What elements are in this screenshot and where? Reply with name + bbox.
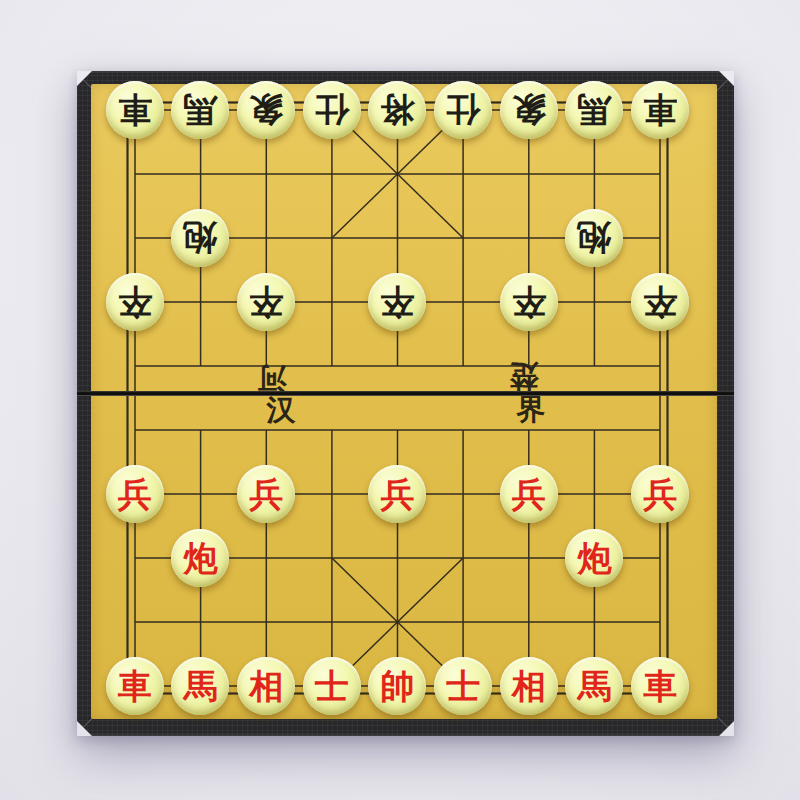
board-point[interactable] — [168, 398, 234, 462]
board-point[interactable] — [168, 590, 234, 654]
board-fold-hinge — [77, 391, 734, 396]
piece-red-cannon[interactable]: 炮 — [171, 529, 229, 587]
piece-black-soldier[interactable]: 卒 — [237, 273, 295, 331]
board-point[interactable] — [168, 142, 234, 206]
board-point[interactable]: 車 — [627, 78, 693, 142]
board-point[interactable] — [102, 142, 168, 206]
board-point[interactable]: 兵 — [496, 462, 562, 526]
board-point[interactable] — [562, 590, 628, 654]
piece-glyph: 車 — [118, 93, 152, 127]
board-point[interactable]: 馬 — [562, 654, 628, 718]
board-point[interactable]: 炮 — [168, 526, 234, 590]
board-point[interactable]: 卒 — [627, 270, 693, 334]
piece-red-soldier[interactable]: 兵 — [237, 465, 295, 523]
board-point[interactable] — [430, 142, 496, 206]
piece-red-horse[interactable]: 馬 — [171, 657, 229, 715]
piece-glyph: 卒 — [512, 285, 546, 319]
board-point[interactable]: 炮 — [562, 206, 628, 270]
board-point[interactable] — [496, 398, 562, 462]
board-point[interactable] — [102, 206, 168, 270]
board-point[interactable] — [496, 206, 562, 270]
board-point[interactable] — [430, 206, 496, 270]
board-point[interactable] — [430, 590, 496, 654]
piece-red-advisor[interactable]: 士 — [303, 657, 361, 715]
board-point[interactable]: 士 — [299, 654, 365, 718]
piece-glyph: 士 — [446, 669, 480, 703]
board-point[interactable] — [233, 398, 299, 462]
piece-glyph: 車 — [118, 669, 152, 703]
board-point[interactable] — [233, 142, 299, 206]
board-point[interactable] — [299, 270, 365, 334]
piece-red-chariot[interactable]: 車 — [631, 657, 689, 715]
board-point[interactable] — [299, 206, 365, 270]
board-point[interactable]: 象 — [496, 78, 562, 142]
board-point[interactable]: 馬 — [168, 78, 234, 142]
board-point[interactable]: 卒 — [496, 270, 562, 334]
board-point[interactable] — [168, 270, 234, 334]
board-point[interactable] — [365, 206, 431, 270]
board-point[interactable] — [430, 398, 496, 462]
board-point[interactable]: 炮 — [562, 526, 628, 590]
piece-black-soldier[interactable]: 卒 — [631, 273, 689, 331]
board-point[interactable]: 車 — [102, 654, 168, 718]
board-point[interactable] — [102, 526, 168, 590]
board-point[interactable] — [299, 398, 365, 462]
board-point[interactable]: 車 — [627, 654, 693, 718]
board-point[interactable] — [562, 334, 628, 398]
board-point[interactable] — [430, 462, 496, 526]
piece-glyph: 相 — [249, 669, 283, 703]
board-point[interactable] — [627, 398, 693, 462]
board-point[interactable] — [430, 270, 496, 334]
board-point[interactable] — [102, 398, 168, 462]
board-point[interactable] — [496, 334, 562, 398]
piece-black-horse[interactable]: 馬 — [565, 81, 623, 139]
piece-glyph: 兵 — [643, 477, 677, 511]
board-point[interactable]: 卒 — [233, 270, 299, 334]
piece-red-elephant[interactable]: 相 — [500, 657, 558, 715]
board-point[interactable] — [430, 526, 496, 590]
piece-red-soldier[interactable]: 兵 — [106, 465, 164, 523]
board-point[interactable]: 士 — [430, 654, 496, 718]
board-point[interactable]: 馬 — [168, 654, 234, 718]
piece-glyph: 炮 — [577, 541, 611, 575]
board-point[interactable] — [233, 526, 299, 590]
board-point[interactable]: 象 — [233, 78, 299, 142]
board-point[interactable] — [233, 590, 299, 654]
board-point[interactable] — [365, 142, 431, 206]
board-point[interactable] — [299, 462, 365, 526]
board-point[interactable] — [496, 590, 562, 654]
piece-glyph: 馬 — [577, 93, 611, 127]
piece-black-soldier[interactable]: 卒 — [106, 273, 164, 331]
board-point[interactable] — [299, 526, 365, 590]
piece-black-advisor[interactable]: 仕 — [434, 81, 492, 139]
piece-black-cannon[interactable]: 炮 — [171, 209, 229, 267]
board-point[interactable]: 兵 — [233, 462, 299, 526]
piece-glyph: 卒 — [249, 285, 283, 319]
board-point[interactable] — [365, 334, 431, 398]
board-point[interactable] — [299, 590, 365, 654]
piece-glyph: 象 — [512, 93, 546, 127]
piece-glyph: 帥 — [380, 669, 414, 703]
board-point[interactable] — [627, 334, 693, 398]
piece-glyph: 象 — [249, 93, 283, 127]
piece-black-chariot[interactable]: 車 — [106, 81, 164, 139]
piece-black-chariot[interactable]: 車 — [631, 81, 689, 139]
piece-glyph: 卒 — [380, 285, 414, 319]
piece-glyph: 兵 — [118, 477, 152, 511]
piece-red-cannon[interactable]: 炮 — [565, 529, 623, 587]
board-point[interactable] — [562, 270, 628, 334]
piece-red-general[interactable]: 帥 — [368, 657, 426, 715]
piece-red-soldier[interactable]: 兵 — [368, 465, 426, 523]
board-point[interactable]: 将 — [365, 78, 431, 142]
board-point[interactable] — [365, 398, 431, 462]
board-point[interactable]: 相 — [496, 654, 562, 718]
board-point[interactable] — [627, 526, 693, 590]
piece-glyph: 馬 — [183, 93, 217, 127]
piece-red-soldier[interactable]: 兵 — [631, 465, 689, 523]
board-point[interactable]: 仕 — [299, 78, 365, 142]
board-point[interactable] — [562, 398, 628, 462]
piece-glyph: 馬 — [183, 669, 217, 703]
board-point[interactable]: 兵 — [365, 462, 431, 526]
board-point[interactable] — [233, 206, 299, 270]
board-point[interactable] — [102, 334, 168, 398]
board-point[interactable]: 兵 — [102, 462, 168, 526]
board-point[interactable]: 相 — [233, 654, 299, 718]
piece-red-horse[interactable]: 馬 — [565, 657, 623, 715]
piece-glyph: 炮 — [183, 541, 217, 575]
piece-glyph: 兵 — [512, 477, 546, 511]
piece-black-advisor[interactable]: 仕 — [303, 81, 361, 139]
board-point[interactable]: 帥 — [365, 654, 431, 718]
board-point[interactable] — [168, 462, 234, 526]
piece-glyph: 仕 — [446, 93, 480, 127]
board-point[interactable] — [562, 462, 628, 526]
board-point[interactable]: 仕 — [430, 78, 496, 142]
board-point[interactable]: 車 — [102, 78, 168, 142]
board-point[interactable]: 炮 — [168, 206, 234, 270]
piece-black-soldier[interactable]: 卒 — [368, 273, 426, 331]
board-point[interactable] — [496, 526, 562, 590]
board-point[interactable]: 馬 — [562, 78, 628, 142]
board-point[interactable] — [562, 142, 628, 206]
piece-glyph: 仕 — [315, 93, 349, 127]
piece-glyph: 車 — [643, 93, 677, 127]
piece-black-soldier[interactable]: 卒 — [500, 273, 558, 331]
piece-red-advisor[interactable]: 士 — [434, 657, 492, 715]
piece-glyph: 将 — [380, 93, 414, 127]
board-surface: 河 楚 汉 界 車馬象仕将仕象馬車炮炮卒卒卒卒卒兵兵兵兵兵炮炮車馬相士帥士相馬車 — [91, 84, 717, 719]
piece-glyph: 士 — [315, 669, 349, 703]
board-case-frame: 河 楚 汉 界 車馬象仕将仕象馬車炮炮卒卒卒卒卒兵兵兵兵兵炮炮車馬相士帥士相馬車 — [77, 71, 734, 736]
piece-red-chariot[interactable]: 車 — [106, 657, 164, 715]
piece-black-cannon[interactable]: 炮 — [565, 209, 623, 267]
board-point[interactable] — [168, 334, 234, 398]
board-point[interactable] — [102, 590, 168, 654]
board-point[interactable] — [627, 206, 693, 270]
board-point[interactable]: 兵 — [627, 462, 693, 526]
piece-black-elephant[interactable]: 象 — [237, 81, 295, 139]
board-point[interactable] — [627, 142, 693, 206]
piece-red-soldier[interactable]: 兵 — [500, 465, 558, 523]
piece-glyph: 兵 — [380, 477, 414, 511]
piece-black-general[interactable]: 将 — [368, 81, 426, 139]
board-point[interactable] — [299, 142, 365, 206]
board-point[interactable]: 卒 — [365, 270, 431, 334]
board-point[interactable] — [627, 590, 693, 654]
piece-glyph: 卒 — [643, 285, 677, 319]
piece-glyph: 馬 — [577, 669, 611, 703]
board-point[interactable] — [233, 334, 299, 398]
piece-black-elephant[interactable]: 象 — [500, 81, 558, 139]
piece-glyph: 車 — [643, 669, 677, 703]
piece-glyph: 炮 — [183, 221, 217, 255]
board-point[interactable] — [365, 526, 431, 590]
piece-black-horse[interactable]: 馬 — [171, 81, 229, 139]
board-point[interactable] — [496, 142, 562, 206]
board-grid: 車馬象仕将仕象馬車炮炮卒卒卒卒卒兵兵兵兵兵炮炮車馬相士帥士相馬車 — [102, 78, 693, 718]
product-photo-background: 河 楚 汉 界 車馬象仕将仕象馬車炮炮卒卒卒卒卒兵兵兵兵兵炮炮車馬相士帥士相馬車 — [0, 0, 800, 800]
board-point[interactable] — [365, 590, 431, 654]
piece-glyph: 兵 — [249, 477, 283, 511]
board-point[interactable] — [430, 334, 496, 398]
board-point[interactable] — [299, 334, 365, 398]
piece-red-elephant[interactable]: 相 — [237, 657, 295, 715]
board-point[interactable]: 卒 — [102, 270, 168, 334]
piece-glyph: 卒 — [118, 285, 152, 319]
piece-glyph: 相 — [512, 669, 546, 703]
piece-glyph: 炮 — [577, 221, 611, 255]
